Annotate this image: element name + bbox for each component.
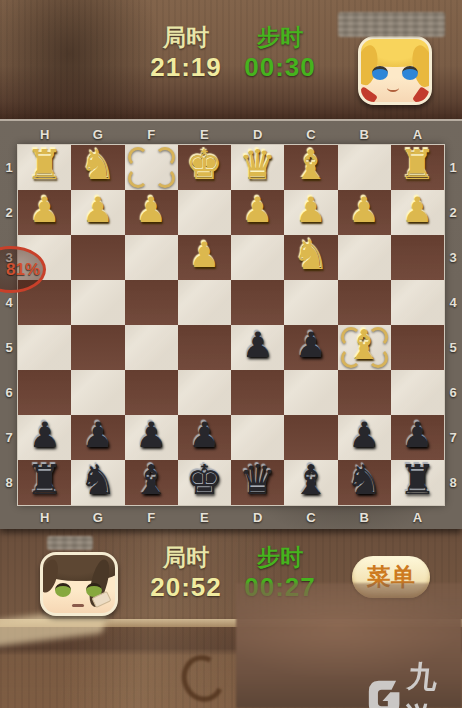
square-h8[interactable]: ♜ bbox=[18, 460, 71, 505]
square-d1[interactable]: ♛ bbox=[231, 145, 284, 190]
white-pawn: ♟ bbox=[295, 193, 326, 228]
rank-label-1: 1 bbox=[0, 145, 18, 190]
black-pawn: ♟ bbox=[29, 418, 60, 453]
square-g8[interactable]: ♞ bbox=[71, 460, 124, 505]
white-rook: ♜ bbox=[26, 145, 63, 186]
avatar-mouth bbox=[387, 84, 399, 92]
square-h5[interactable] bbox=[18, 325, 71, 370]
rank-label-8: 8 bbox=[0, 460, 18, 505]
square-b1[interactable] bbox=[338, 145, 391, 190]
rank-label-3: 3 bbox=[444, 235, 462, 280]
top-player-game-timer: 局时 21:19 bbox=[138, 22, 234, 82]
square-g7[interactable]: ♟ bbox=[71, 415, 124, 460]
rank-label-7: 7 bbox=[0, 415, 18, 460]
white-queen: ♛ bbox=[239, 145, 276, 186]
square-b6[interactable] bbox=[338, 370, 391, 415]
bottom-player-avatar[interactable] bbox=[40, 552, 118, 616]
rank-labels-left: 12345678 bbox=[0, 145, 18, 505]
square-f6[interactable] bbox=[125, 370, 178, 415]
9game-watermark: 九游 bbox=[368, 657, 462, 708]
square-a7[interactable]: ♟ bbox=[391, 415, 444, 460]
white-pawn: ♟ bbox=[82, 193, 113, 228]
square-f5[interactable] bbox=[125, 325, 178, 370]
square-a5[interactable] bbox=[391, 325, 444, 370]
black-pawn: ♟ bbox=[82, 418, 113, 453]
square-g4[interactable] bbox=[71, 280, 124, 325]
black-rook: ♜ bbox=[399, 460, 436, 501]
square-f7[interactable]: ♟ bbox=[125, 415, 178, 460]
square-b5[interactable]: ♝ bbox=[338, 325, 391, 370]
avatar-eye bbox=[55, 583, 71, 597]
file-label-c: C bbox=[284, 124, 337, 144]
white-bishop: ♝ bbox=[292, 145, 329, 186]
game-time-label: 局时 bbox=[138, 542, 234, 572]
black-pawn: ♟ bbox=[135, 418, 166, 453]
square-g5[interactable] bbox=[71, 325, 124, 370]
square-e1[interactable]: ♚ bbox=[178, 145, 231, 190]
rank-label-6: 6 bbox=[444, 370, 462, 415]
last-move-to-marker bbox=[368, 348, 388, 368]
rank-label-5: 5 bbox=[0, 325, 18, 370]
square-a1[interactable]: ♜ bbox=[391, 145, 444, 190]
file-label-e: E bbox=[178, 124, 231, 144]
square-c3[interactable]: ♞ bbox=[284, 235, 337, 280]
square-c4[interactable] bbox=[284, 280, 337, 325]
white-rook: ♜ bbox=[399, 145, 436, 186]
square-h7[interactable]: ♟ bbox=[18, 415, 71, 460]
white-king: ♚ bbox=[186, 145, 223, 186]
file-label-c: C bbox=[284, 507, 337, 527]
last-move-from-marker bbox=[155, 168, 175, 188]
black-knight: ♞ bbox=[79, 460, 116, 501]
file-labels-bottom: HGFEDCBA bbox=[18, 507, 444, 527]
square-c5[interactable]: ♟ bbox=[284, 325, 337, 370]
file-label-d: D bbox=[231, 124, 284, 144]
rank-label-8: 8 bbox=[444, 460, 462, 505]
square-b8[interactable]: ♞ bbox=[338, 460, 391, 505]
square-e4[interactable] bbox=[178, 280, 231, 325]
square-f1[interactable] bbox=[125, 145, 178, 190]
square-g1[interactable]: ♞ bbox=[71, 145, 124, 190]
square-b2[interactable]: ♟ bbox=[338, 190, 391, 235]
rank-label-2: 2 bbox=[0, 190, 18, 235]
top-player-move-timer: 步时 00:30 bbox=[234, 22, 326, 82]
white-knight: ♞ bbox=[79, 145, 116, 186]
move-time-label: 步时 bbox=[234, 22, 326, 52]
black-rook: ♜ bbox=[26, 460, 63, 501]
square-f8[interactable]: ♝ bbox=[125, 460, 178, 505]
file-labels-top: HGFEDCBA bbox=[18, 124, 444, 144]
square-a3[interactable] bbox=[391, 235, 444, 280]
9game-logo-icon bbox=[368, 678, 401, 708]
rank-label-4: 4 bbox=[444, 280, 462, 325]
square-c8[interactable]: ♝ bbox=[284, 460, 337, 505]
white-pawn: ♟ bbox=[189, 238, 220, 273]
square-h6[interactable] bbox=[18, 370, 71, 415]
square-g3[interactable] bbox=[71, 235, 124, 280]
black-pawn: ♟ bbox=[189, 418, 220, 453]
square-a4[interactable] bbox=[391, 280, 444, 325]
game-time-label: 局时 bbox=[138, 22, 234, 52]
board-squares: ♜♞♚♛♝♜♟♟♟♟♟♟♟♟♞♟♟♝♟♟♟♟♟♟♜♞♝♚♛♝♞♜ bbox=[18, 145, 444, 505]
square-d5[interactable]: ♟ bbox=[231, 325, 284, 370]
square-e5[interactable] bbox=[178, 325, 231, 370]
game-time-value: 21:19 bbox=[138, 52, 234, 82]
file-label-d: D bbox=[231, 507, 284, 527]
file-label-a: A bbox=[391, 124, 444, 144]
square-h1[interactable]: ♜ bbox=[18, 145, 71, 190]
file-label-a: A bbox=[391, 507, 444, 527]
avatar-mouth bbox=[72, 604, 84, 607]
rank-label-1: 1 bbox=[444, 145, 462, 190]
square-d3[interactable] bbox=[231, 235, 284, 280]
square-e8[interactable]: ♚ bbox=[178, 460, 231, 505]
black-king: ♚ bbox=[186, 460, 223, 501]
file-label-f: F bbox=[125, 124, 178, 144]
black-bishop: ♝ bbox=[133, 460, 170, 501]
square-c6[interactable] bbox=[284, 370, 337, 415]
avatar-eye bbox=[402, 66, 418, 80]
white-pawn: ♟ bbox=[29, 193, 60, 228]
black-pawn: ♟ bbox=[348, 418, 379, 453]
square-c1[interactable]: ♝ bbox=[284, 145, 337, 190]
square-b7[interactable]: ♟ bbox=[338, 415, 391, 460]
file-label-g: G bbox=[71, 507, 124, 527]
file-label-f: F bbox=[125, 507, 178, 527]
bottom-player-game-timer: 局时 20:52 bbox=[138, 542, 234, 602]
black-bishop: ♝ bbox=[292, 460, 329, 501]
square-d7[interactable] bbox=[231, 415, 284, 460]
file-label-b: B bbox=[338, 124, 391, 144]
last-move-to-marker bbox=[341, 327, 361, 347]
square-e2[interactable] bbox=[178, 190, 231, 235]
avatar-eye bbox=[372, 66, 388, 80]
square-a2[interactable]: ♟ bbox=[391, 190, 444, 235]
square-b4[interactable] bbox=[338, 280, 391, 325]
square-f4[interactable] bbox=[125, 280, 178, 325]
black-knight: ♞ bbox=[346, 460, 383, 501]
rank-label-7: 7 bbox=[444, 415, 462, 460]
last-move-from-marker bbox=[128, 168, 148, 188]
last-move-to-marker bbox=[341, 348, 361, 368]
white-pawn: ♟ bbox=[135, 193, 166, 228]
square-g2[interactable]: ♟ bbox=[71, 190, 124, 235]
white-pawn: ♟ bbox=[242, 193, 273, 228]
white-pawn: ♟ bbox=[402, 193, 433, 228]
square-d6[interactable] bbox=[231, 370, 284, 415]
move-time-label: 步时 bbox=[234, 542, 326, 572]
rank-label-5: 5 bbox=[444, 325, 462, 370]
file-label-b: B bbox=[338, 507, 391, 527]
censored-top-player-name bbox=[338, 12, 445, 37]
square-d2[interactable]: ♟ bbox=[231, 190, 284, 235]
square-d8[interactable]: ♛ bbox=[231, 460, 284, 505]
square-c2[interactable]: ♟ bbox=[284, 190, 337, 235]
file-label-g: G bbox=[71, 124, 124, 144]
square-e7[interactable]: ♟ bbox=[178, 415, 231, 460]
last-move-to-marker bbox=[368, 327, 388, 347]
move-time-value: 00:30 bbox=[234, 52, 326, 82]
black-pawn: ♟ bbox=[242, 328, 273, 363]
game-time-value: 20:52 bbox=[138, 572, 234, 602]
square-f3[interactable] bbox=[125, 235, 178, 280]
square-e6[interactable] bbox=[178, 370, 231, 415]
square-a8[interactable]: ♜ bbox=[391, 460, 444, 505]
rank-label-6: 6 bbox=[0, 370, 18, 415]
square-h2[interactable]: ♟ bbox=[18, 190, 71, 235]
square-c7[interactable] bbox=[284, 415, 337, 460]
square-b3[interactable] bbox=[338, 235, 391, 280]
chess-board: HGFEDCBA 12345678 12345678 ♜♞♚♛♝♜♟♟♟♟♟♟♟… bbox=[0, 119, 462, 529]
square-a6[interactable] bbox=[391, 370, 444, 415]
white-pawn: ♟ bbox=[348, 193, 379, 228]
file-label-h: H bbox=[18, 507, 71, 527]
rank-labels-right: 12345678 bbox=[444, 145, 462, 505]
rank-label-2: 2 bbox=[444, 190, 462, 235]
file-label-h: H bbox=[18, 124, 71, 144]
square-d4[interactable] bbox=[231, 280, 284, 325]
chess-app-screen: 局时 21:19 步时 00:30 HGFEDCBA 12345678 1234… bbox=[0, 0, 462, 708]
black-pawn: ♟ bbox=[402, 418, 433, 453]
9game-logo-text: 九游 bbox=[401, 657, 462, 708]
last-move-from-marker bbox=[128, 147, 148, 167]
censored-bottom-player-name bbox=[47, 536, 93, 550]
black-queen: ♛ bbox=[239, 460, 276, 501]
square-g6[interactable] bbox=[71, 370, 124, 415]
file-label-e: E bbox=[178, 507, 231, 527]
top-player-avatar[interactable] bbox=[358, 36, 432, 105]
square-f2[interactable]: ♟ bbox=[125, 190, 178, 235]
battery-percent: 81% bbox=[6, 260, 40, 280]
white-knight: ♞ bbox=[292, 235, 329, 276]
square-e3[interactable]: ♟ bbox=[178, 235, 231, 280]
black-pawn: ♟ bbox=[295, 328, 326, 363]
last-move-from-marker bbox=[155, 147, 175, 167]
